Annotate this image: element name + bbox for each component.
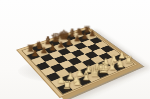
square-h8: ♜ <box>79 29 91 35</box>
square-d7: ♟ <box>53 43 66 50</box>
square-e8: ♚ <box>56 36 69 43</box>
square-e6 <box>66 45 79 52</box>
square-b7: ♟ <box>36 49 49 57</box>
chess-board-frame: ♜♞♝♛♚♝♞♜♟♟♟♟♟♟♟♟♟♟♟♟♟♟♟♟♜♞♝♛♚♝♞♜ <box>16 27 138 98</box>
piece-black-knight-g8: ♞ <box>75 26 84 36</box>
square-d6 <box>58 48 71 55</box>
square-c7: ♟ <box>44 46 57 53</box>
piece-black-rook-h8: ♜ <box>83 25 91 34</box>
square-g5 <box>87 43 100 50</box>
square-b8: ♞ <box>31 44 44 51</box>
square-g6 <box>82 39 95 46</box>
perspective-scene: ♜♞♝♛♚♝♞♜♟♟♟♟♟♟♟♟♟♟♟♟♟♟♟♟♜♞♝♛♚♝♞♜ <box>0 0 150 99</box>
square-h7: ♟ <box>84 33 97 39</box>
square-f8: ♝ <box>64 34 77 41</box>
square-c8: ♝ <box>40 42 53 49</box>
piece-black-pawn-g7: ♟ <box>81 32 88 40</box>
square-a8: ♜ <box>23 47 36 54</box>
square-e7: ♟ <box>61 41 74 48</box>
piece-white-pawn-h2: ♟ <box>118 51 126 60</box>
piece-black-pawn-e7: ♟ <box>65 37 72 45</box>
chess-set-photo: ♜♞♝♛♚♝♞♜♟♟♟♟♟♟♟♟♟♟♟♟♟♟♟♟♜♞♝♛♚♝♞♜ <box>0 0 150 99</box>
chess-board-grid: ♜♞♝♛♚♝♞♜♟♟♟♟♟♟♟♟♟♟♟♟♟♟♟♟♜♞♝♛♚♝♞♜ <box>21 28 135 94</box>
piece-black-bishop-f8: ♝ <box>67 28 76 39</box>
piece-black-queen-d8: ♛ <box>50 31 61 43</box>
piece-black-pawn-f7: ♟ <box>73 35 80 43</box>
piece-black-king-e8: ♚ <box>58 28 70 41</box>
square-h4 <box>100 45 114 52</box>
piece-black-bishop-c8: ♝ <box>43 36 53 47</box>
piece-black-pawn-d7: ♟ <box>57 40 64 48</box>
square-g8: ♞ <box>72 32 84 38</box>
square-h5 <box>95 41 108 48</box>
square-f7: ♟ <box>69 38 82 45</box>
square-h3 <box>106 49 120 57</box>
piece-white-pawn-g2: ♟ <box>110 54 118 63</box>
square-h6 <box>89 37 102 44</box>
square-g4 <box>93 48 107 56</box>
piece-black-knight-b8: ♞ <box>35 39 44 49</box>
piece-black-pawn-h7: ♟ <box>89 29 96 37</box>
square-e5 <box>71 49 85 57</box>
piece-black-pawn-b7: ♟ <box>40 46 48 54</box>
square-d8: ♛ <box>48 39 61 46</box>
square-f5 <box>79 46 92 53</box>
piece-black-pawn-a7: ♟ <box>31 48 39 57</box>
piece-black-pawn-c7: ♟ <box>49 43 56 51</box>
square-c6 <box>49 50 63 58</box>
square-b5 <box>45 58 59 66</box>
square-f6 <box>74 42 87 49</box>
piece-white-rook-h1: ♜ <box>124 54 133 64</box>
square-g7: ♟ <box>77 35 90 42</box>
piece-black-rook-a8: ♜ <box>26 43 34 52</box>
square-g3 <box>98 52 112 60</box>
